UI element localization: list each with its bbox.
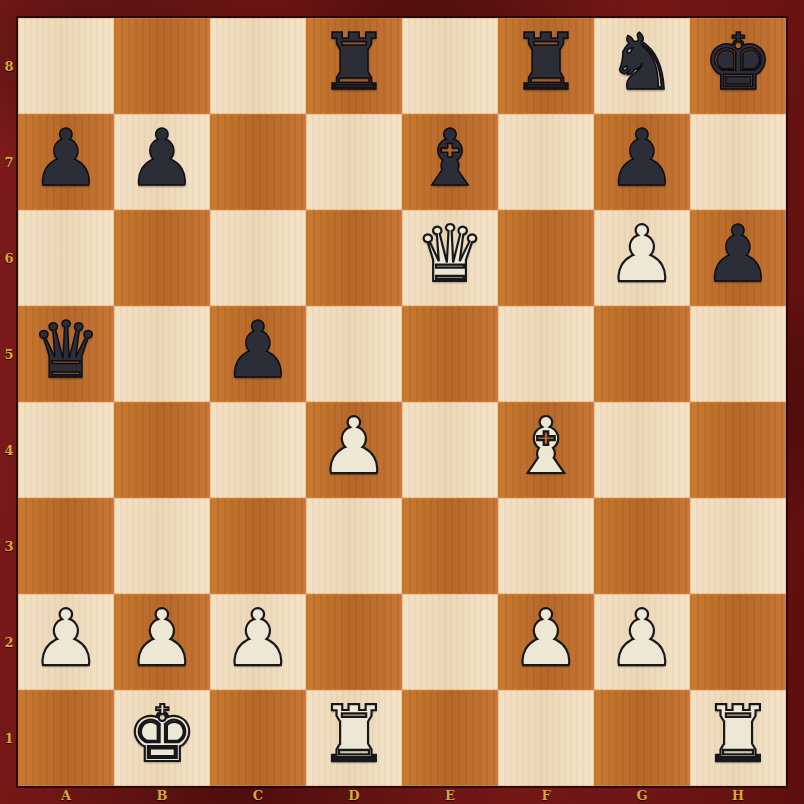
board-frame: ♜♜♞♚♟♟♝♟♛♟♟♛♟♟♝♟♟♟♟♟♚♜♜ 87654321ABCDEFGH — [0, 0, 804, 804]
black-rook[interactable]: ♜ — [319, 23, 389, 101]
square-b8[interactable] — [114, 18, 210, 114]
square-a7[interactable]: ♟ — [18, 114, 114, 210]
square-d3[interactable] — [306, 498, 402, 594]
square-d7[interactable] — [306, 114, 402, 210]
white-pawn[interactable]: ♟ — [127, 599, 197, 677]
rank-label-4: 4 — [0, 402, 18, 498]
square-g8[interactable]: ♞ — [594, 18, 690, 114]
square-e8[interactable] — [402, 18, 498, 114]
square-b4[interactable] — [114, 402, 210, 498]
square-c5[interactable]: ♟ — [210, 306, 306, 402]
square-e3[interactable] — [402, 498, 498, 594]
black-pawn[interactable]: ♟ — [31, 119, 101, 197]
square-h3[interactable] — [690, 498, 786, 594]
square-a8[interactable] — [18, 18, 114, 114]
square-h2[interactable] — [690, 594, 786, 690]
square-h8[interactable]: ♚ — [690, 18, 786, 114]
square-h5[interactable] — [690, 306, 786, 402]
square-b1[interactable]: ♚ — [114, 690, 210, 786]
square-e2[interactable] — [402, 594, 498, 690]
square-a6[interactable] — [18, 210, 114, 306]
square-h6[interactable]: ♟ — [690, 210, 786, 306]
white-queen[interactable]: ♛ — [415, 215, 485, 293]
file-label-b: B — [114, 786, 210, 804]
white-pawn[interactable]: ♟ — [319, 407, 389, 485]
white-pawn[interactable]: ♟ — [607, 215, 677, 293]
white-pawn[interactable]: ♟ — [511, 599, 581, 677]
square-g7[interactable]: ♟ — [594, 114, 690, 210]
square-g6[interactable]: ♟ — [594, 210, 690, 306]
black-king[interactable]: ♚ — [703, 23, 773, 101]
file-label-c: C — [210, 786, 306, 804]
square-h7[interactable] — [690, 114, 786, 210]
file-label-e: E — [402, 786, 498, 804]
square-g3[interactable] — [594, 498, 690, 594]
square-a2[interactable]: ♟ — [18, 594, 114, 690]
square-f1[interactable] — [498, 690, 594, 786]
black-pawn[interactable]: ♟ — [127, 119, 197, 197]
black-pawn[interactable]: ♟ — [607, 119, 677, 197]
square-b7[interactable]: ♟ — [114, 114, 210, 210]
square-b6[interactable] — [114, 210, 210, 306]
square-f7[interactable] — [498, 114, 594, 210]
black-rook[interactable]: ♜ — [511, 23, 581, 101]
white-rook[interactable]: ♜ — [319, 695, 389, 773]
rank-label-3: 3 — [0, 498, 18, 594]
square-f6[interactable] — [498, 210, 594, 306]
white-pawn[interactable]: ♟ — [223, 599, 293, 677]
square-e1[interactable] — [402, 690, 498, 786]
square-e7[interactable]: ♝ — [402, 114, 498, 210]
file-label-f: F — [498, 786, 594, 804]
rank-label-7: 7 — [0, 114, 18, 210]
square-a1[interactable] — [18, 690, 114, 786]
chess-board: ♜♜♞♚♟♟♝♟♛♟♟♛♟♟♝♟♟♟♟♟♚♜♜ — [18, 18, 786, 786]
square-g2[interactable]: ♟ — [594, 594, 690, 690]
square-g4[interactable] — [594, 402, 690, 498]
square-h1[interactable]: ♜ — [690, 690, 786, 786]
file-label-a: A — [18, 786, 114, 804]
square-a5[interactable]: ♛ — [18, 306, 114, 402]
black-queen[interactable]: ♛ — [31, 311, 101, 389]
rank-label-6: 6 — [0, 210, 18, 306]
square-b2[interactable]: ♟ — [114, 594, 210, 690]
square-d6[interactable] — [306, 210, 402, 306]
rank-label-8: 8 — [0, 18, 18, 114]
square-a4[interactable] — [18, 402, 114, 498]
square-f4[interactable]: ♝ — [498, 402, 594, 498]
square-f5[interactable] — [498, 306, 594, 402]
square-b5[interactable] — [114, 306, 210, 402]
square-e5[interactable] — [402, 306, 498, 402]
square-f8[interactable]: ♜ — [498, 18, 594, 114]
square-c6[interactable] — [210, 210, 306, 306]
square-d8[interactable]: ♜ — [306, 18, 402, 114]
square-d4[interactable]: ♟ — [306, 402, 402, 498]
square-b3[interactable] — [114, 498, 210, 594]
square-f3[interactable] — [498, 498, 594, 594]
square-c4[interactable] — [210, 402, 306, 498]
square-d2[interactable] — [306, 594, 402, 690]
square-g1[interactable] — [594, 690, 690, 786]
square-c3[interactable] — [210, 498, 306, 594]
black-knight[interactable]: ♞ — [607, 23, 677, 101]
file-label-h: H — [690, 786, 786, 804]
square-e6[interactable]: ♛ — [402, 210, 498, 306]
square-c8[interactable] — [210, 18, 306, 114]
white-pawn[interactable]: ♟ — [31, 599, 101, 677]
rank-label-2: 2 — [0, 594, 18, 690]
white-pawn[interactable]: ♟ — [607, 599, 677, 677]
square-d5[interactable] — [306, 306, 402, 402]
square-a3[interactable] — [18, 498, 114, 594]
black-bishop[interactable]: ♝ — [415, 119, 485, 197]
square-c1[interactable] — [210, 690, 306, 786]
rank-label-1: 1 — [0, 690, 18, 786]
white-king[interactable]: ♚ — [127, 695, 197, 773]
black-pawn[interactable]: ♟ — [703, 215, 773, 293]
file-label-d: D — [306, 786, 402, 804]
square-c2[interactable]: ♟ — [210, 594, 306, 690]
file-label-g: G — [594, 786, 690, 804]
square-g5[interactable] — [594, 306, 690, 402]
square-d1[interactable]: ♜ — [306, 690, 402, 786]
square-h4[interactable] — [690, 402, 786, 498]
square-f2[interactable]: ♟ — [498, 594, 594, 690]
black-pawn[interactable]: ♟ — [223, 311, 293, 389]
square-c7[interactable] — [210, 114, 306, 210]
square-e4[interactable] — [402, 402, 498, 498]
white-rook[interactable]: ♜ — [703, 695, 773, 773]
white-bishop[interactable]: ♝ — [511, 407, 581, 485]
rank-label-5: 5 — [0, 306, 18, 402]
